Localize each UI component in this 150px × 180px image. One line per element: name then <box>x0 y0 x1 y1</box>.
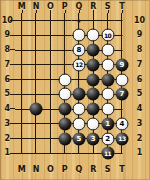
black-stone-P3 <box>58 117 71 130</box>
board-cell-Q10 <box>72 13 86 28</box>
row-label-8: 8 <box>137 46 143 54</box>
board-cell-S8 <box>100 43 114 58</box>
row-label-7: 7 <box>4 61 10 69</box>
white-stone-S2-move-2: 2 <box>101 132 114 145</box>
board-cell-M7 <box>15 58 29 73</box>
column-label-N: N <box>33 3 40 11</box>
board-cell-T5: 7 <box>115 87 129 102</box>
board-cell-O8 <box>43 43 57 58</box>
black-stone-T2-move-13: 13 <box>115 132 128 145</box>
board-cell-M2 <box>15 131 29 146</box>
black-stone-R8 <box>87 44 100 57</box>
board-cell-R1 <box>86 146 100 161</box>
column-label-Q: Q <box>76 166 83 174</box>
board-cell-O9 <box>43 28 57 43</box>
row-label-4: 4 <box>137 105 143 113</box>
board-cell-R5 <box>86 87 100 102</box>
black-stone-P2 <box>58 132 71 145</box>
board-cell-T1 <box>115 146 129 161</box>
row-label-3: 3 <box>137 120 143 128</box>
row-label-5: 5 <box>4 90 10 98</box>
board-cell-O3 <box>43 116 57 131</box>
board-cell-N5 <box>29 87 43 102</box>
board-cell-P3 <box>57 116 71 131</box>
white-stone-R9 <box>87 29 100 42</box>
black-stone-Q5 <box>72 88 85 101</box>
white-stone-S9-move-10: 10 <box>101 29 114 42</box>
board-cell-S3: 1 <box>100 116 114 131</box>
board-cell-R10 <box>86 13 100 28</box>
column-label-Q: Q <box>76 3 83 11</box>
row-label-5: 5 <box>137 90 143 98</box>
board-cell-Q9 <box>72 28 86 43</box>
board-cell-O4 <box>43 102 57 117</box>
board-cell-R4 <box>86 102 100 117</box>
board-cell-M4 <box>15 102 29 117</box>
move-number: 4 <box>120 120 125 127</box>
row-label-2: 2 <box>4 135 10 143</box>
row-label-10: 10 <box>134 17 145 25</box>
board-cell-T6 <box>115 72 129 87</box>
board-cell-P9 <box>57 28 71 43</box>
board-cell-T9 <box>115 28 129 43</box>
row-label-7: 7 <box>137 61 143 69</box>
column-label-O: O <box>47 3 54 11</box>
board-cell-Q5 <box>72 87 86 102</box>
board-cell-R7 <box>86 58 100 73</box>
board-cell-P5 <box>57 87 71 102</box>
board-cell-Q8: 8 <box>72 43 86 58</box>
board-cell-O1 <box>43 146 57 161</box>
board-cell-T8 <box>115 43 129 58</box>
board-cell-R2: 3 <box>86 131 100 146</box>
row-label-4: 4 <box>4 105 10 113</box>
board-cell-S6 <box>100 72 114 87</box>
black-stone-T5-move-7: 7 <box>115 88 128 101</box>
board-cell-O6 <box>43 72 57 87</box>
board-cell-S7 <box>100 58 114 73</box>
move-number: 7 <box>120 91 125 98</box>
board-cell-M9 <box>15 28 29 43</box>
white-stone-Q8-move-8: 8 <box>72 44 85 57</box>
white-stone-S8 <box>101 44 114 57</box>
board-cell-M5 <box>15 87 29 102</box>
board-cell-M1 <box>15 146 29 161</box>
white-stone-T6 <box>115 73 128 86</box>
black-stone-S3-move-1: 1 <box>101 117 114 130</box>
board-cell-N4 <box>29 102 43 117</box>
board-cell-N1 <box>29 146 43 161</box>
board-cell-P6 <box>57 72 71 87</box>
white-stone-T3-move-4: 4 <box>115 117 128 130</box>
white-stone-S4 <box>101 103 114 116</box>
move-number: 3 <box>91 135 96 142</box>
board-cell-R8 <box>86 43 100 58</box>
board-cell-T3: 4 <box>115 116 129 131</box>
black-stone-R5 <box>87 88 100 101</box>
column-label-M: M <box>18 3 26 11</box>
move-number: 11 <box>104 150 111 156</box>
column-label-R: R <box>90 3 96 11</box>
board-cell-N9 <box>29 28 43 43</box>
black-stone-R7 <box>87 58 100 71</box>
board-cell-R6 <box>86 72 100 87</box>
board-cell-N2 <box>29 131 43 146</box>
white-stone-Q7-move-12: 12 <box>72 58 85 71</box>
board-cell-R3 <box>86 116 100 131</box>
board-cell-Q4 <box>72 102 86 117</box>
board-cell-O5 <box>43 87 57 102</box>
black-stone-T7-move-9: 9 <box>115 58 128 71</box>
column-label-M: M <box>18 166 26 174</box>
column-label-P: P <box>62 166 68 174</box>
row-labels-right: 10987654321 <box>129 13 150 160</box>
white-stone-S7 <box>101 58 114 71</box>
move-number: 8 <box>77 47 82 54</box>
move-number: 2 <box>105 135 110 142</box>
white-stone-P6 <box>58 73 71 86</box>
board-cell-S9: 10 <box>100 28 114 43</box>
board-cell-S5 <box>100 87 114 102</box>
row-label-3: 3 <box>4 120 10 128</box>
column-label-T: T <box>119 3 124 11</box>
board-cell-Q7: 12 <box>72 58 86 73</box>
board-cell-N10 <box>29 13 43 28</box>
move-number: 12 <box>75 62 82 68</box>
row-label-8: 8 <box>4 46 10 54</box>
move-number: 5 <box>77 135 82 142</box>
move-number: 1 <box>105 120 110 127</box>
board-cell-T7: 9 <box>115 58 129 73</box>
column-label-S: S <box>105 3 111 11</box>
black-stone-N4 <box>29 103 42 116</box>
row-label-9: 9 <box>137 31 143 39</box>
board-cell-M10 <box>15 13 29 28</box>
white-stone-Q3 <box>72 117 85 130</box>
board-cell-N8 <box>29 43 43 58</box>
row-label-9: 9 <box>4 31 10 39</box>
board-cell-S1: 11 <box>100 146 114 161</box>
white-stone-R3 <box>87 117 100 130</box>
hoshi-point-Q10 <box>77 19 80 22</box>
row-label-1: 1 <box>4 149 10 157</box>
column-label-T: T <box>119 166 124 174</box>
board-cell-O7 <box>43 58 57 73</box>
row-label-6: 6 <box>4 76 10 84</box>
column-label-N: N <box>33 166 40 174</box>
board-cell-M8 <box>15 43 29 58</box>
black-stone-Q2-move-5: 5 <box>72 132 85 145</box>
column-labels-bottom: MNOPQRST <box>15 161 130 180</box>
board-cell-T2: 13 <box>115 131 129 146</box>
black-stone-R2-move-3: 3 <box>87 132 100 145</box>
board-cell-S10 <box>100 13 114 28</box>
board-cell-P8 <box>57 43 71 58</box>
go-board: 1081297145321311 <box>15 13 130 160</box>
board-cell-S2: 2 <box>100 131 114 146</box>
board-cell-N3 <box>29 116 43 131</box>
board-cell-T10 <box>115 13 129 28</box>
board-cell-S4 <box>100 102 114 117</box>
column-label-P: P <box>62 3 68 11</box>
board-cell-M3 <box>15 116 29 131</box>
black-stone-S1-move-11: 11 <box>101 147 114 160</box>
column-label-S: S <box>105 166 111 174</box>
row-label-6: 6 <box>137 76 143 84</box>
white-stone-Q9 <box>72 29 85 42</box>
move-number: 10 <box>104 32 111 38</box>
board-cell-N7 <box>29 58 43 73</box>
black-stone-S6 <box>101 73 114 86</box>
column-label-O: O <box>47 166 54 174</box>
board-cell-N6 <box>29 72 43 87</box>
board-cell-M6 <box>15 72 29 87</box>
white-stone-P5 <box>58 88 71 101</box>
black-stone-P4 <box>58 103 71 116</box>
board-cell-P4 <box>57 102 71 117</box>
move-number: 13 <box>118 136 125 142</box>
board-cell-T4 <box>115 102 129 117</box>
column-label-R: R <box>90 166 96 174</box>
row-label-2: 2 <box>137 135 143 143</box>
board-cell-P1 <box>57 146 71 161</box>
board-cell-Q1 <box>72 146 86 161</box>
row-label-1: 1 <box>137 149 143 157</box>
white-stone-Q4 <box>72 103 85 116</box>
board-cell-Q3 <box>72 116 86 131</box>
board-cell-Q6 <box>72 72 86 87</box>
board-cell-P10 <box>57 13 71 28</box>
board-cell-P7 <box>57 58 71 73</box>
board-cell-O2 <box>43 131 57 146</box>
board-cell-P2 <box>57 131 71 146</box>
white-stone-S5 <box>101 88 114 101</box>
board-cell-R9 <box>86 28 100 43</box>
go-diagram: MNOPQRST MNOPQRST 10987654321 1098765432… <box>0 0 150 180</box>
board-cell-O10 <box>43 13 57 28</box>
board-cell-Q2: 5 <box>72 131 86 146</box>
black-stone-R4 <box>87 103 100 116</box>
move-number: 9 <box>120 61 125 68</box>
black-stone-R6 <box>87 73 100 86</box>
